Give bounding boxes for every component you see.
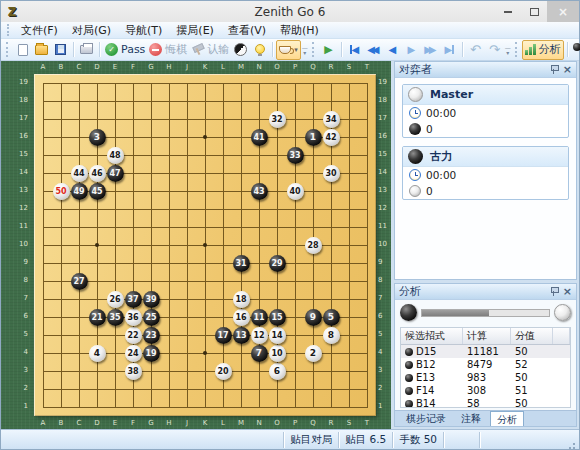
play-button[interactable]: ▶: [319, 40, 338, 60]
candidate-move-row[interactable]: F1430851: [401, 384, 570, 397]
coord-label: L: [217, 63, 229, 72]
toolbar: ✓Pass 悔棋 认输 ▾ —▾ ▶ ◀ ◀◀ ◀ ▶ ▶▶ ▶ ↶ ↷ —▾ …: [1, 39, 579, 61]
col-header-move[interactable]: 候选招式: [401, 328, 463, 344]
stone-pair-icon: [573, 43, 580, 56]
stone-R14: 30: [323, 165, 340, 182]
coord-label: Q: [307, 419, 319, 428]
stone-N16: 41: [251, 129, 268, 146]
stone-C8: 27: [71, 273, 88, 290]
coord-label: T: [361, 419, 373, 428]
bar-chart-icon: [525, 44, 536, 55]
toolbar-grip[interactable]: [515, 42, 519, 57]
coord-label: M: [235, 419, 247, 428]
coord-label: 8: [16, 276, 28, 285]
minimize-button[interactable]: [495, 1, 521, 22]
player-time: 00:00: [426, 107, 456, 119]
player-card-black: 古力 00:00 0: [402, 146, 569, 200]
stone-C14: 44: [71, 165, 88, 182]
coord-label: 14: [378, 168, 390, 177]
stone-Q10: 28: [305, 237, 322, 254]
menu-item[interactable]: 文件(F): [14, 22, 65, 39]
pin-icon[interactable]: [550, 287, 558, 296]
status-komi: 贴目 6.5: [338, 432, 392, 448]
minimize-icon: [504, 11, 512, 13]
coord-label: F: [127, 419, 139, 428]
board-area: 1234567891011121314151617181920212223242…: [1, 61, 391, 429]
play-icon: ▶: [324, 44, 332, 55]
analysis-tab-bar: 棋步记录注释分析: [395, 410, 576, 426]
curve-back-icon: ↶: [470, 43, 481, 56]
menu-item[interactable]: 帮助(H): [273, 22, 326, 39]
menu-item[interactable]: 查看(V): [221, 22, 273, 39]
candidate-move-row[interactable]: E1398350: [401, 371, 570, 384]
coord-label: M: [235, 63, 247, 72]
analysis-panel-title-label: 分析: [399, 284, 421, 299]
coord-label: 2: [378, 384, 390, 393]
players-panel: 对弈者 × Master 00:00 0 古力 00:00: [394, 61, 577, 280]
coord-label: 7: [16, 294, 28, 303]
coord-label: S: [343, 63, 355, 72]
variation-forward-button[interactable]: ↷: [485, 40, 504, 60]
stone-E6: 35: [107, 309, 124, 326]
stone-Q16: 1: [305, 129, 322, 146]
coord-label: 14: [16, 168, 28, 177]
stone-G5: 23: [143, 327, 160, 344]
close-button[interactable]: ×: [547, 1, 579, 22]
coord-label: C: [73, 419, 85, 428]
coord-label: 7: [378, 294, 390, 303]
white-knob-icon: [554, 304, 571, 321]
pass-check-icon: ✓: [105, 43, 118, 56]
coord-label: F: [127, 63, 139, 72]
black-stone-icon: [405, 348, 413, 356]
winrate-track: [421, 309, 550, 317]
toolbar-overflow-icon[interactable]: —▾: [504, 45, 512, 55]
stone-M6: 16: [233, 309, 250, 326]
stone-color-button[interactable]: [231, 40, 250, 60]
coord-label: P: [289, 63, 301, 72]
stone-D13: 45: [89, 183, 106, 200]
clock-icon: [409, 169, 421, 181]
coord-label: E: [109, 419, 121, 428]
stone-D14: 46: [89, 165, 106, 182]
close-icon[interactable]: ×: [563, 64, 572, 75]
capture-count: 0: [426, 185, 433, 197]
coord-label: L: [217, 419, 229, 428]
coord-label: 9: [16, 258, 28, 267]
menu-item[interactable]: 摆局(E): [169, 22, 221, 39]
coord-label: 4: [16, 348, 28, 357]
coord-label: H: [163, 63, 175, 72]
stone-E14: 47: [107, 165, 124, 182]
stone-P13: 40: [287, 183, 304, 200]
candidate-move-row[interactable]: B145850: [401, 397, 570, 408]
coord-label: J: [181, 419, 193, 428]
coord-label: 12: [16, 204, 28, 213]
stone-Q6: 9: [305, 309, 322, 326]
title-bar: Z Zenith Go 6 ×: [1, 1, 579, 22]
coord-label: A: [37, 63, 49, 72]
pass-button[interactable]: ✓Pass: [103, 40, 147, 60]
coord-label: T: [361, 63, 373, 72]
coord-label: A: [37, 419, 49, 428]
captured-black-stone-icon: [409, 123, 421, 135]
clock-icon: [409, 107, 421, 119]
menu-grip[interactable]: [7, 24, 10, 36]
stone-R6: 5: [323, 309, 340, 326]
fast-forward-icon: ▶▶: [424, 45, 436, 55]
star-point: [203, 135, 207, 139]
coord-label: 13: [378, 186, 390, 195]
save-icon: [55, 44, 66, 55]
analysis-panel-title: 分析 ×: [395, 284, 576, 300]
coord-label: G: [145, 63, 157, 72]
coord-label: 10: [16, 240, 28, 249]
star-point: [95, 243, 99, 247]
app-window: Z Zenith Go 6 × 文件(F)对局(G)导航(T)摆局(E)查看(V…: [0, 0, 580, 450]
player-card-white: Master 00:00 0: [402, 84, 569, 138]
coord-label: C: [73, 63, 85, 72]
star-point: [203, 243, 207, 247]
status-move-count: 手数 50: [392, 432, 443, 448]
stone-M5: 13: [233, 327, 250, 344]
col-header-calc[interactable]: 计算: [463, 328, 511, 344]
coord-label: 6: [16, 312, 28, 321]
stone-O3: 6: [269, 363, 286, 380]
winrate-slider[interactable]: [395, 300, 576, 325]
lightbulb-icon: [255, 44, 265, 54]
coord-label: 3: [16, 366, 28, 375]
coord-label: 15: [16, 150, 28, 159]
coord-label: D: [91, 419, 103, 428]
stone-M7: 18: [233, 291, 250, 308]
nav-back-fast-button[interactable]: ◀◀: [364, 40, 383, 60]
forward-icon: ▶: [408, 45, 416, 55]
stone-D4: 4: [89, 345, 106, 362]
coord-label: 5: [16, 330, 28, 339]
stone-P15: 33: [287, 147, 304, 164]
candidate-moves-table: 候选招式 计算 分值 D151118150B12847952E1398350F1…: [400, 327, 571, 408]
coord-label: N: [253, 419, 265, 428]
black-stone-icon: [405, 387, 413, 395]
stone-N5: 12: [251, 327, 268, 344]
go-board[interactable]: 1234567891011121314151617181920212223242…: [34, 74, 376, 416]
stone-N6: 11: [251, 309, 268, 326]
stone-O6: 15: [269, 309, 286, 326]
black-stone-icon: [408, 149, 423, 164]
stone-B13: 50: [53, 183, 70, 200]
coord-label: 4: [378, 348, 390, 357]
coord-label: D: [91, 63, 103, 72]
new-file-icon: [18, 44, 28, 56]
coord-label: 19: [378, 78, 390, 87]
coord-label: S: [343, 419, 355, 428]
window-title: Zenith Go 6: [1, 5, 579, 19]
stone-F7: 37: [125, 291, 142, 308]
coord-label: 19: [16, 78, 28, 87]
stone-R17: 34: [323, 111, 340, 128]
stone-F4: 24: [125, 345, 142, 362]
star-point: [203, 351, 207, 355]
coord-label: 5: [378, 330, 390, 339]
player-name: Master: [430, 88, 473, 101]
black-stone-icon: [405, 400, 413, 408]
stone-G6: 25: [143, 309, 160, 326]
player-name: 古力: [430, 149, 452, 164]
black-stone-icon: [405, 361, 413, 369]
coord-label: 13: [16, 186, 28, 195]
players-panel-title-label: 对弈者: [399, 62, 432, 77]
fast-back-icon: ◀◀: [367, 45, 379, 55]
maximize-button[interactable]: [521, 1, 547, 22]
stone-F6: 36: [125, 309, 142, 326]
stone-G4: 19: [143, 345, 160, 362]
coord-label: 1: [16, 402, 28, 411]
nav-forward-fast-button[interactable]: ▶▶: [421, 40, 440, 60]
coord-label: R: [325, 419, 337, 428]
coord-label: J: [181, 63, 193, 72]
stone-O17: 32: [269, 111, 286, 128]
close-icon[interactable]: ×: [563, 286, 572, 297]
engine-toggle-button[interactable]: ▾: [276, 40, 301, 60]
coord-label: E: [109, 63, 121, 72]
candidate-move-row[interactable]: B12847952: [401, 358, 570, 371]
stone-O5: 14: [269, 327, 286, 344]
nav-forward-button[interactable]: ▶: [402, 40, 421, 60]
stone-C13: 49: [71, 183, 88, 200]
tab-分析[interactable]: 分析: [490, 411, 524, 426]
coord-label: 6: [378, 312, 390, 321]
white-stone-icon: [408, 87, 423, 102]
save-button[interactable]: [51, 40, 70, 60]
undo-minus-icon: [149, 43, 162, 56]
status-bar: 贴目对局 贴目 6.5 手数 50: [1, 429, 579, 449]
coord-label: H: [163, 419, 175, 428]
resign-button[interactable]: 认输: [189, 40, 231, 60]
coord-label: 16: [16, 132, 28, 141]
stone-L3: 20: [215, 363, 232, 380]
coord-label: Q: [307, 63, 319, 72]
status-game-type: 贴目对局: [283, 432, 338, 448]
coord-label: G: [145, 419, 157, 428]
coord-label: 17: [378, 114, 390, 123]
coord-label: B: [55, 63, 67, 72]
stone-N4: 7: [251, 345, 268, 362]
curve-forward-icon: ↷: [489, 43, 500, 56]
coord-label: 2: [16, 384, 28, 393]
coord-label: B: [55, 419, 67, 428]
black-knob-icon: [400, 304, 417, 321]
hint-button[interactable]: [250, 40, 269, 60]
stone-pair-button[interactable]: [571, 40, 580, 60]
stone-F5: 22: [125, 327, 142, 344]
stone-E7: 26: [107, 291, 124, 308]
coord-label: 1: [378, 402, 390, 411]
nav-last-button[interactable]: ▶: [440, 40, 459, 60]
coord-label: 12: [378, 204, 390, 213]
coord-label: K: [199, 419, 211, 428]
coord-label: 9: [378, 258, 390, 267]
toolbar-overflow-icon[interactable]: —▾: [301, 45, 309, 55]
side-panel: 对弈者 × Master 00:00 0 古力 00:00: [391, 61, 579, 429]
coord-label: 11: [16, 222, 28, 231]
stone-O4: 10: [269, 345, 286, 362]
coord-label: 18: [16, 96, 28, 105]
player-time: 00:00: [426, 169, 456, 181]
stone-N13: 43: [251, 183, 268, 200]
coord-label: 3: [378, 366, 390, 375]
stone-F3: 38: [125, 363, 142, 380]
coord-label: 16: [378, 132, 390, 141]
table-header: 候选招式 计算 分值: [401, 328, 570, 345]
stone-G7: 39: [143, 291, 160, 308]
pin-icon[interactable]: [550, 65, 558, 74]
analysis-panel: 分析 × 候选招式 计算 分值: [394, 283, 577, 427]
coord-label: N: [253, 63, 265, 72]
black-stone-icon: [405, 374, 413, 382]
stone-R16: 42: [323, 129, 340, 146]
coord-label: R: [325, 63, 337, 72]
menu-bar: 文件(F)对局(G)导航(T)摆局(E)查看(V)帮助(H): [1, 22, 579, 39]
coord-label: K: [199, 63, 211, 72]
open-folder-icon: [35, 45, 48, 55]
stone-M9: 31: [233, 255, 250, 272]
coord-label: 10: [378, 240, 390, 249]
captured-white-stone-icon: [409, 185, 421, 197]
coord-label: 18: [378, 96, 390, 105]
undo-move-button[interactable]: 悔棋: [147, 40, 189, 60]
nav-first-button[interactable]: ◀: [345, 40, 364, 60]
col-header-score[interactable]: 分值: [511, 328, 553, 344]
nav-back-button[interactable]: ◀: [383, 40, 402, 60]
tab-棋步记录[interactable]: 棋步记录: [400, 412, 452, 426]
menu-item[interactable]: 导航(T): [118, 22, 169, 39]
capture-count: 0: [426, 123, 433, 135]
toolbar-grip[interactable]: [6, 42, 10, 57]
print-button[interactable]: [77, 40, 96, 60]
players-panel-title: 对弈者 ×: [395, 62, 576, 78]
menu-item[interactable]: 对局(G): [65, 22, 118, 39]
coord-label: 8: [378, 276, 390, 285]
resign-hammer-icon: [191, 44, 204, 56]
new-game-button[interactable]: [13, 40, 32, 60]
stone-E15: 48: [107, 147, 124, 164]
first-move-icon: ◀: [350, 45, 360, 55]
back-icon: ◀: [389, 45, 397, 55]
dropdown-caret-icon: ▾: [294, 46, 298, 54]
maximize-icon: [530, 8, 539, 16]
tab-注释[interactable]: 注释: [455, 412, 487, 426]
coord-label: P: [289, 419, 301, 428]
cup-icon: [279, 46, 291, 54]
candidate-move-row[interactable]: D151118150: [401, 345, 570, 358]
players-panel-body: Master 00:00 0 古力 00:00 0: [395, 78, 576, 279]
coord-label: O: [271, 63, 283, 72]
coord-label: 11: [378, 222, 390, 231]
coord-label: O: [271, 419, 283, 428]
coord-label: 17: [16, 114, 28, 123]
stone-D16: 3: [89, 129, 106, 146]
resize-grip[interactable]: [573, 443, 575, 445]
yin-yang-stone-icon: [234, 43, 247, 56]
stone-O9: 29: [269, 255, 286, 272]
print-icon: [80, 45, 93, 54]
last-move-icon: ▶: [445, 45, 455, 55]
stone-D6: 21: [89, 309, 106, 326]
stone-R5: 8: [323, 327, 340, 344]
toolbar-grip[interactable]: [312, 42, 316, 57]
variation-back-button[interactable]: ↶: [466, 40, 485, 60]
stone-Q4: 2: [305, 345, 322, 362]
open-button[interactable]: [32, 40, 51, 60]
analyze-button[interactable]: 分析: [522, 40, 564, 60]
stone-L5: 17: [215, 327, 232, 344]
coord-label: 15: [378, 150, 390, 159]
